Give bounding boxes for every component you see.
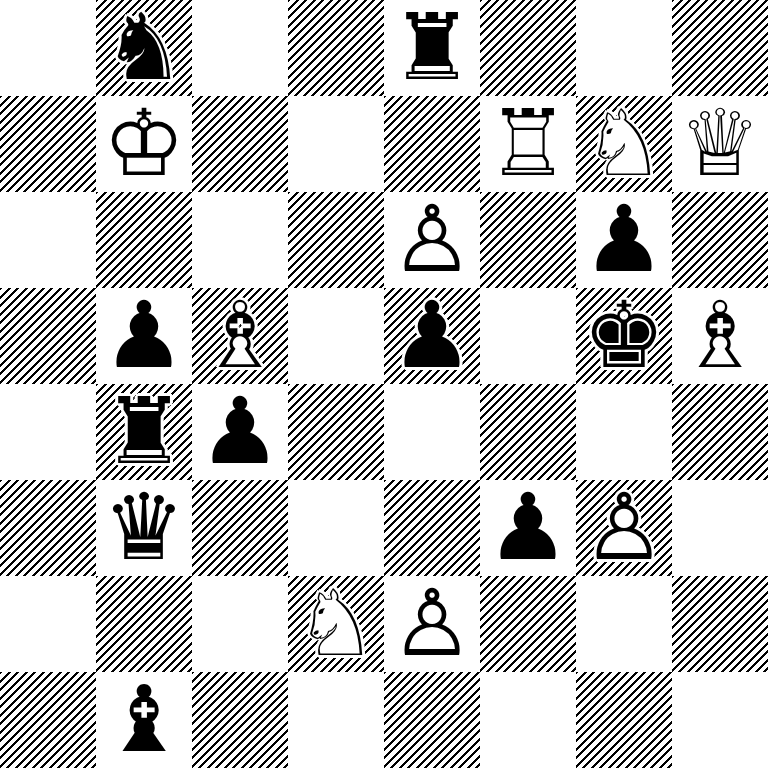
square-f5[interactable] [480, 288, 576, 384]
white-king-b7[interactable]: ♔ [96, 96, 192, 192]
square-c5[interactable]: ♝♗ [192, 288, 288, 384]
black-pawn-e5[interactable]: ♟ [384, 288, 480, 384]
black-bishop-b1[interactable]: ♝ [96, 672, 192, 768]
square-h3[interactable] [672, 480, 768, 576]
square-c6[interactable] [192, 192, 288, 288]
square-g5[interactable]: ♚ [576, 288, 672, 384]
square-e5[interactable]: ♟ [384, 288, 480, 384]
square-a3[interactable] [0, 480, 96, 576]
square-f1[interactable] [480, 672, 576, 768]
square-d1[interactable] [288, 672, 384, 768]
square-b4[interactable]: ♜ [96, 384, 192, 480]
square-g7[interactable]: ♞♘ [576, 96, 672, 192]
square-h4[interactable] [672, 384, 768, 480]
square-b1[interactable]: ♝ [96, 672, 192, 768]
square-c4[interactable]: ♟ [192, 384, 288, 480]
white-pawn-g3[interactable]: ♙ [576, 480, 672, 576]
square-b8[interactable]: ♞ [96, 0, 192, 96]
white-rook-f7[interactable]: ♖ [480, 96, 576, 192]
square-e7[interactable] [384, 96, 480, 192]
black-rook-b4[interactable]: ♜ [96, 384, 192, 480]
square-e3[interactable] [384, 480, 480, 576]
white-knight-g7[interactable]: ♘ [576, 96, 672, 192]
square-e4[interactable] [384, 384, 480, 480]
black-knight-b8[interactable]: ♞ [96, 0, 192, 96]
square-g4[interactable] [576, 384, 672, 480]
black-pawn-g6[interactable]: ♟ [576, 192, 672, 288]
black-pawn-f3[interactable]: ♟ [480, 480, 576, 576]
square-h5[interactable]: ♝♗ [672, 288, 768, 384]
square-d7[interactable] [288, 96, 384, 192]
square-f4[interactable] [480, 384, 576, 480]
square-g3[interactable]: ♟♙ [576, 480, 672, 576]
square-d6[interactable] [288, 192, 384, 288]
white-pawn-e2[interactable]: ♙ [384, 576, 480, 672]
square-a4[interactable] [0, 384, 96, 480]
square-g6[interactable]: ♟ [576, 192, 672, 288]
square-d5[interactable] [288, 288, 384, 384]
square-g2[interactable] [576, 576, 672, 672]
white-knight-d2[interactable]: ♘ [288, 576, 384, 672]
square-a7[interactable] [0, 96, 96, 192]
square-b7[interactable]: ♚♔ [96, 96, 192, 192]
square-f6[interactable] [480, 192, 576, 288]
black-king-g5[interactable]: ♚ [576, 288, 672, 384]
square-g1[interactable] [576, 672, 672, 768]
square-a1[interactable] [0, 672, 96, 768]
square-c2[interactable] [192, 576, 288, 672]
square-a6[interactable] [0, 192, 96, 288]
square-b6[interactable] [96, 192, 192, 288]
chess-board: ♞♜♚♔♜♖♞♘♛♕♟♙♟♟♝♗♟♚♝♗♜♟♛♟♟♙♞♘♟♙♝ [0, 0, 768, 768]
square-c7[interactable] [192, 96, 288, 192]
square-h2[interactable] [672, 576, 768, 672]
square-a5[interactable] [0, 288, 96, 384]
white-queen-h7[interactable]: ♕ [672, 96, 768, 192]
square-f2[interactable] [480, 576, 576, 672]
white-bishop-h5[interactable]: ♗ [672, 288, 768, 384]
square-h1[interactable] [672, 672, 768, 768]
square-b3[interactable]: ♛ [96, 480, 192, 576]
black-pawn-b5[interactable]: ♟ [96, 288, 192, 384]
square-d3[interactable] [288, 480, 384, 576]
square-a2[interactable] [0, 576, 96, 672]
square-c3[interactable] [192, 480, 288, 576]
square-e1[interactable] [384, 672, 480, 768]
white-pawn-e6[interactable]: ♙ [384, 192, 480, 288]
square-h8[interactable] [672, 0, 768, 96]
square-b2[interactable] [96, 576, 192, 672]
square-e8[interactable]: ♜ [384, 0, 480, 96]
square-e6[interactable]: ♟♙ [384, 192, 480, 288]
square-c1[interactable] [192, 672, 288, 768]
square-h6[interactable] [672, 192, 768, 288]
square-c8[interactable] [192, 0, 288, 96]
square-d4[interactable] [288, 384, 384, 480]
white-bishop-c5[interactable]: ♗ [192, 288, 288, 384]
square-a8[interactable] [0, 0, 96, 96]
black-queen-b3[interactable]: ♛ [96, 480, 192, 576]
square-b5[interactable]: ♟ [96, 288, 192, 384]
square-e2[interactable]: ♟♙ [384, 576, 480, 672]
square-d8[interactable] [288, 0, 384, 96]
square-f7[interactable]: ♜♖ [480, 96, 576, 192]
square-d2[interactable]: ♞♘ [288, 576, 384, 672]
square-h7[interactable]: ♛♕ [672, 96, 768, 192]
square-f3[interactable]: ♟ [480, 480, 576, 576]
black-rook-e8[interactable]: ♜ [384, 0, 480, 96]
black-pawn-c4[interactable]: ♟ [192, 384, 288, 480]
square-f8[interactable] [480, 0, 576, 96]
square-g8[interactable] [576, 0, 672, 96]
